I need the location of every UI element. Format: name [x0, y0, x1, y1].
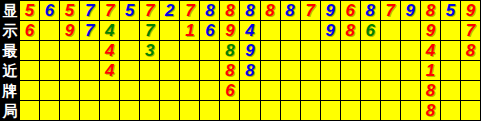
board-cell-r1c17: 6 — [341, 1, 360, 20]
board-cell-r6c6 — [120, 101, 139, 120]
board-cell-r1c15: 7 — [301, 1, 320, 20]
board-cell-r4c5: 4 — [100, 61, 119, 80]
result-number: 6 — [25, 22, 34, 39]
result-number: 2 — [165, 2, 174, 19]
result-number: 7 — [185, 2, 194, 19]
board-cell-r2c9: 1 — [180, 21, 199, 40]
board-cell-r3c4 — [80, 41, 99, 60]
board-cell-r5c21: 8 — [421, 81, 440, 100]
board-cell-r2c15 — [301, 21, 320, 40]
board-cell-r4c20 — [401, 61, 420, 80]
board-cell-r3c22 — [441, 41, 460, 60]
result-number: 3 — [145, 42, 154, 59]
board-cell-r4c1 — [20, 61, 39, 80]
board-cell-r1c14: 8 — [281, 1, 300, 20]
board-cell-r3c21: 4 — [421, 41, 440, 60]
title-char-4: 近 — [0, 60, 20, 80]
board-cell-r3c2 — [40, 41, 59, 60]
board-cell-r6c10 — [200, 101, 219, 120]
result-number: 8 — [345, 22, 354, 39]
title-char-3: 最 — [0, 40, 20, 60]
board-cell-r6c5 — [100, 101, 119, 120]
board-cell-r1c4: 7 — [80, 1, 99, 20]
board-cell-r1c18: 8 — [361, 1, 380, 20]
result-number: 4 — [426, 42, 435, 59]
result-number: 6 — [205, 22, 214, 39]
result-number: 7 — [85, 2, 94, 19]
result-number: 9 — [406, 2, 415, 19]
board-cell-r1c22: 5 — [441, 1, 460, 20]
board-cell-r3c7: 3 — [140, 41, 159, 60]
board-cell-r5c13 — [261, 81, 280, 100]
board-cell-r5c6 — [120, 81, 139, 100]
title-char-6: 局 — [0, 101, 20, 121]
board-cell-r1c20: 9 — [401, 1, 420, 20]
board-cell-r3c18 — [361, 41, 380, 60]
result-number: 8 — [225, 42, 234, 59]
board-cell-r4c17 — [341, 61, 360, 80]
result-number: 6 — [366, 22, 375, 39]
board-cell-r2c4: 7 — [80, 21, 99, 40]
board-cell-r5c3 — [60, 81, 79, 100]
result-number: 7 — [105, 2, 114, 19]
result-number: 1 — [426, 62, 435, 79]
title-char-5: 牌 — [0, 81, 20, 101]
board-cell-r6c4 — [80, 101, 99, 120]
board-cell-r5c1 — [20, 81, 39, 100]
board-cell-r5c17 — [341, 81, 360, 100]
title-char-2: 示 — [0, 20, 20, 40]
board-cell-r2c17: 8 — [341, 21, 360, 40]
board-cell-r2c3: 9 — [60, 21, 79, 40]
board-cell-r3c10 — [200, 41, 219, 60]
board-cell-r6c19 — [381, 101, 400, 120]
result-number: 7 — [145, 2, 154, 19]
board-cell-r4c19 — [381, 61, 400, 80]
board-cell-r4c7 — [140, 61, 159, 80]
board-cell-r5c23 — [461, 81, 480, 100]
result-number: 9 — [466, 2, 475, 19]
board-cell-r1c8: 2 — [160, 1, 179, 20]
result-number: 8 — [426, 2, 435, 19]
board-cell-r1c9: 7 — [180, 1, 199, 20]
board-cell-r2c10: 6 — [200, 21, 219, 40]
board-cell-r6c18 — [361, 101, 380, 120]
result-number: 8 — [466, 42, 475, 59]
board-cell-r3c20 — [401, 41, 420, 60]
board-cell-r5c20 — [401, 81, 420, 100]
board-cell-r5c18 — [361, 81, 380, 100]
board-cell-r6c15 — [301, 101, 320, 120]
board-cell-r3c3 — [60, 41, 79, 60]
result-number: 8 — [205, 2, 214, 19]
board-cell-r3c16 — [321, 41, 340, 60]
result-number: 8 — [225, 62, 234, 79]
board-cell-r6c16 — [321, 101, 340, 120]
board-cell-r3c9 — [180, 41, 199, 60]
result-number: 4 — [105, 62, 114, 79]
board-cell-r6c13 — [261, 101, 280, 120]
board-cell-r4c11: 8 — [220, 61, 239, 80]
board-grid: 5657757278888879687985969747169498697438… — [20, 0, 481, 121]
board-cell-r6c11 — [220, 101, 239, 120]
result-number: 7 — [145, 22, 154, 39]
board-cell-r2c16: 9 — [321, 21, 340, 40]
board-cell-r4c18 — [361, 61, 380, 80]
board-cell-r6c2 — [40, 101, 59, 120]
result-number: 8 — [245, 62, 254, 79]
board-cell-r6c21: 8 — [421, 101, 440, 120]
board-cell-r6c9 — [180, 101, 199, 120]
board-cell-r6c14 — [281, 101, 300, 120]
board-cell-r6c22 — [441, 101, 460, 120]
result-number: 9 — [245, 42, 254, 59]
board-cell-r4c6 — [120, 61, 139, 80]
board-cell-r2c18: 6 — [361, 21, 380, 40]
board-cell-r3c12: 9 — [240, 41, 259, 60]
board-cell-r5c2 — [40, 81, 59, 100]
board-cell-r1c1: 5 — [20, 1, 39, 20]
board-cell-r1c19: 7 — [381, 1, 400, 20]
board-cell-r2c19 — [381, 21, 400, 40]
board-cell-r3c14 — [281, 41, 300, 60]
board-cell-r3c6 — [120, 41, 139, 60]
result-number: 4 — [245, 22, 254, 39]
result-number: 6 — [45, 2, 54, 19]
result-number: 6 — [225, 82, 234, 99]
result-number: 7 — [466, 22, 475, 39]
board-cell-r3c23: 8 — [461, 41, 480, 60]
board-cell-r4c23 — [461, 61, 480, 80]
result-number: 8 — [366, 2, 375, 19]
board-cell-r5c5 — [100, 81, 119, 100]
board-cell-r4c13 — [261, 61, 280, 80]
board-cell-r1c16: 9 — [321, 1, 340, 20]
board-cell-r6c1 — [20, 101, 39, 120]
board-cell-r5c9 — [180, 81, 199, 100]
board-cell-r3c13 — [261, 41, 280, 60]
board-cell-r4c15 — [301, 61, 320, 80]
result-number: 5 — [65, 2, 74, 19]
board-cell-r1c13: 8 — [261, 1, 280, 20]
result-number: 8 — [426, 82, 435, 99]
board-cell-r5c10 — [200, 81, 219, 100]
board-cell-r4c9 — [180, 61, 199, 80]
result-number: 5 — [125, 2, 134, 19]
result-number: 4 — [105, 42, 114, 59]
board-cell-r2c1: 6 — [20, 21, 39, 40]
board-cell-r6c23 — [461, 101, 480, 120]
board-cell-r5c8 — [160, 81, 179, 100]
board-cell-r6c17 — [341, 101, 360, 120]
board-cell-r1c11: 8 — [220, 1, 239, 20]
board-cell-r1c3: 5 — [60, 1, 79, 20]
result-number: 9 — [325, 2, 334, 19]
board-cell-r1c6: 5 — [120, 1, 139, 20]
board-cell-r1c2: 6 — [40, 1, 59, 20]
board-cell-r2c20 — [401, 21, 420, 40]
board-cell-r2c5: 4 — [100, 21, 119, 40]
result-number: 7 — [386, 2, 395, 19]
result-number: 9 — [426, 22, 435, 39]
board-cell-r1c23: 9 — [461, 1, 480, 20]
board-cell-r2c13 — [261, 21, 280, 40]
result-number: 7 — [305, 2, 314, 19]
result-number: 1 — [185, 22, 194, 39]
recent-rounds-board: 显 示 最 近 牌 局 5657757278888879687985969747… — [0, 0, 481, 121]
board-cell-r4c3 — [60, 61, 79, 80]
board-cell-r4c22 — [441, 61, 460, 80]
board-cell-r1c5: 7 — [100, 1, 119, 20]
result-number: 7 — [85, 22, 94, 39]
board-cell-r4c16 — [321, 61, 340, 80]
board-cell-r2c11: 9 — [220, 21, 239, 40]
board-cell-r2c6 — [120, 21, 139, 40]
board-cell-r5c22 — [441, 81, 460, 100]
board-cell-r3c19 — [381, 41, 400, 60]
board-cell-r4c10 — [200, 61, 219, 80]
board-cell-r6c12 — [240, 101, 259, 120]
result-number: 9 — [325, 22, 334, 39]
board-cell-r5c4 — [80, 81, 99, 100]
board-cell-r2c12: 4 — [240, 21, 259, 40]
board-cell-r6c8 — [160, 101, 179, 120]
board-cell-r2c22 — [441, 21, 460, 40]
board-cell-r5c12 — [240, 81, 259, 100]
board-cell-r5c16 — [321, 81, 340, 100]
board-cell-r5c14 — [281, 81, 300, 100]
board-cell-r2c23: 7 — [461, 21, 480, 40]
board-cell-r4c8 — [160, 61, 179, 80]
board-cell-r4c12: 8 — [240, 61, 259, 80]
board-cell-r2c14 — [281, 21, 300, 40]
board-cell-r4c4 — [80, 61, 99, 80]
board-cell-r1c10: 8 — [200, 1, 219, 20]
board-cell-r1c21: 8 — [421, 1, 440, 20]
board-cell-r3c5: 4 — [100, 41, 119, 60]
result-number: 8 — [225, 2, 234, 19]
vertical-title: 显 示 最 近 牌 局 — [0, 0, 20, 121]
board-cell-r2c21: 9 — [421, 21, 440, 40]
board-cell-r5c7 — [140, 81, 159, 100]
board-cell-r2c2 — [40, 21, 59, 40]
board-cell-r5c11: 6 — [220, 81, 239, 100]
board-cell-r1c12: 8 — [240, 1, 259, 20]
board-cell-r6c3 — [60, 101, 79, 120]
board-cell-r3c1 — [20, 41, 39, 60]
board-cell-r6c20 — [401, 101, 420, 120]
board-cell-r1c7: 7 — [140, 1, 159, 20]
board-cell-r2c8 — [160, 21, 179, 40]
board-cell-r5c15 — [301, 81, 320, 100]
result-number: 8 — [426, 102, 435, 119]
result-number: 5 — [25, 2, 34, 19]
title-char-1: 显 — [0, 0, 20, 20]
board-cell-r4c21: 1 — [421, 61, 440, 80]
board-cell-r6c7 — [140, 101, 159, 120]
board-cell-r4c14 — [281, 61, 300, 80]
board-cell-r2c7: 7 — [140, 21, 159, 40]
result-number: 4 — [105, 22, 114, 39]
board-cell-r3c11: 8 — [220, 41, 239, 60]
result-number: 8 — [285, 2, 294, 19]
board-cell-r4c2 — [40, 61, 59, 80]
result-number: 6 — [345, 2, 354, 19]
board-cell-r5c19 — [381, 81, 400, 100]
board-cell-r3c15 — [301, 41, 320, 60]
result-number: 9 — [225, 22, 234, 39]
board-cell-r3c17 — [341, 41, 360, 60]
result-number: 5 — [446, 2, 455, 19]
board-cell-r3c8 — [160, 41, 179, 60]
result-number: 9 — [65, 22, 74, 39]
result-number: 8 — [245, 2, 254, 19]
result-number: 8 — [265, 2, 274, 19]
